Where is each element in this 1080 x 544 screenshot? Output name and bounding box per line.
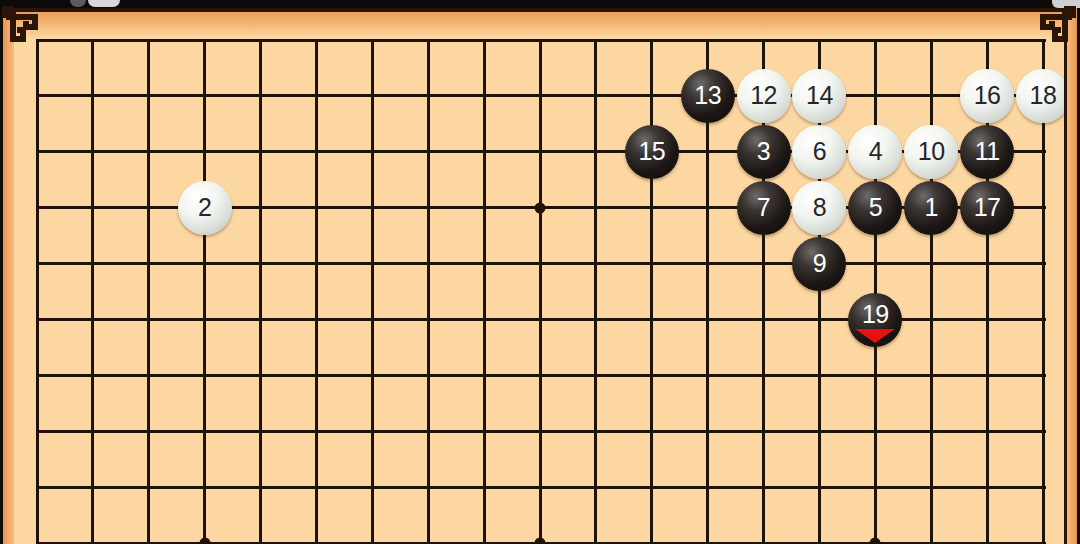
grid-line-horizontal — [36, 94, 1046, 97]
move-number: 16 — [974, 83, 1001, 108]
frame-right-band — [1067, 0, 1077, 544]
move-number: 1 — [925, 195, 938, 220]
move-number: 13 — [694, 83, 721, 108]
stone-black-13[interactable]: 13 — [681, 69, 735, 123]
move-number: 15 — [638, 139, 665, 164]
go-board-screen: 12345678910111213141516171819 — [0, 0, 1080, 544]
grid-line-vertical — [203, 39, 206, 544]
move-number: 3 — [757, 139, 770, 164]
frame-left-band — [3, 0, 14, 544]
star-point — [535, 202, 546, 213]
move-number: 11 — [975, 139, 1000, 164]
stone-black-19[interactable]: 19 — [848, 293, 902, 347]
stone-black-1[interactable]: 1 — [904, 181, 958, 235]
star-point — [870, 538, 881, 544]
frame-top-band — [0, 12, 1080, 38]
grid-line-horizontal — [36, 430, 1046, 433]
stone-white-6[interactable]: 6 — [792, 125, 846, 179]
grid-line-horizontal — [36, 486, 1046, 489]
grid-line-vertical — [91, 39, 94, 544]
move-number: 14 — [806, 83, 833, 108]
move-number: 7 — [757, 195, 770, 220]
cropped-status-bar — [0, 0, 1080, 8]
stone-white-12[interactable]: 12 — [737, 69, 791, 123]
stone-black-11[interactable]: 11 — [960, 125, 1014, 179]
stone-white-8[interactable]: 8 — [792, 181, 846, 235]
star-point — [535, 538, 546, 544]
move-number: 6 — [813, 139, 826, 164]
stone-black-15[interactable]: 15 — [625, 125, 679, 179]
move-number: 4 — [869, 139, 882, 164]
frame-top-line — [0, 8, 1080, 12]
grid-line-vertical — [371, 39, 374, 544]
star-point — [199, 538, 210, 544]
stone-black-3[interactable]: 3 — [737, 125, 791, 179]
stone-white-18[interactable]: 18 — [1016, 69, 1070, 123]
stone-black-17[interactable]: 17 — [960, 181, 1014, 235]
grid-line-horizontal — [36, 374, 1046, 377]
stone-white-16[interactable]: 16 — [960, 69, 1014, 123]
grid-line-vertical — [874, 39, 877, 544]
stone-white-10[interactable]: 10 — [904, 125, 958, 179]
grid-line-horizontal — [36, 39, 1046, 42]
grid-line-vertical — [539, 39, 542, 544]
move-number: 10 — [918, 139, 945, 164]
grid-line-vertical — [650, 39, 653, 544]
move-number: 5 — [869, 195, 882, 220]
move-number: 19 — [862, 302, 889, 327]
greek-key-corner-top-left — [2, 6, 60, 64]
grid-line-vertical — [483, 39, 486, 544]
move-number: 12 — [750, 83, 777, 108]
grid-line-vertical — [147, 39, 150, 544]
move-number: 17 — [974, 195, 1001, 220]
stone-white-2[interactable]: 2 — [178, 181, 232, 235]
grid-line-vertical — [427, 39, 430, 544]
grid-line-vertical — [315, 39, 318, 544]
stone-white-4[interactable]: 4 — [848, 125, 902, 179]
frame-left-edge — [0, 0, 3, 544]
stone-black-7[interactable]: 7 — [737, 181, 791, 235]
last-move-marker-icon — [855, 329, 895, 343]
greek-key-corner-top-right — [1018, 6, 1076, 64]
grid-line-vertical — [594, 39, 597, 544]
grid-line-vertical — [930, 39, 933, 544]
cropped-white-stone-icon — [88, 0, 120, 7]
move-number: 18 — [1030, 83, 1057, 108]
move-number: 8 — [813, 195, 826, 220]
stone-black-5[interactable]: 5 — [848, 181, 902, 235]
grid-line-vertical — [259, 39, 262, 544]
grid-line-vertical — [36, 39, 39, 544]
move-number: 9 — [813, 251, 826, 276]
grid-line-horizontal — [36, 262, 1046, 265]
stone-black-9[interactable]: 9 — [792, 237, 846, 291]
stone-white-14[interactable]: 14 — [792, 69, 846, 123]
move-number: 2 — [198, 195, 211, 220]
